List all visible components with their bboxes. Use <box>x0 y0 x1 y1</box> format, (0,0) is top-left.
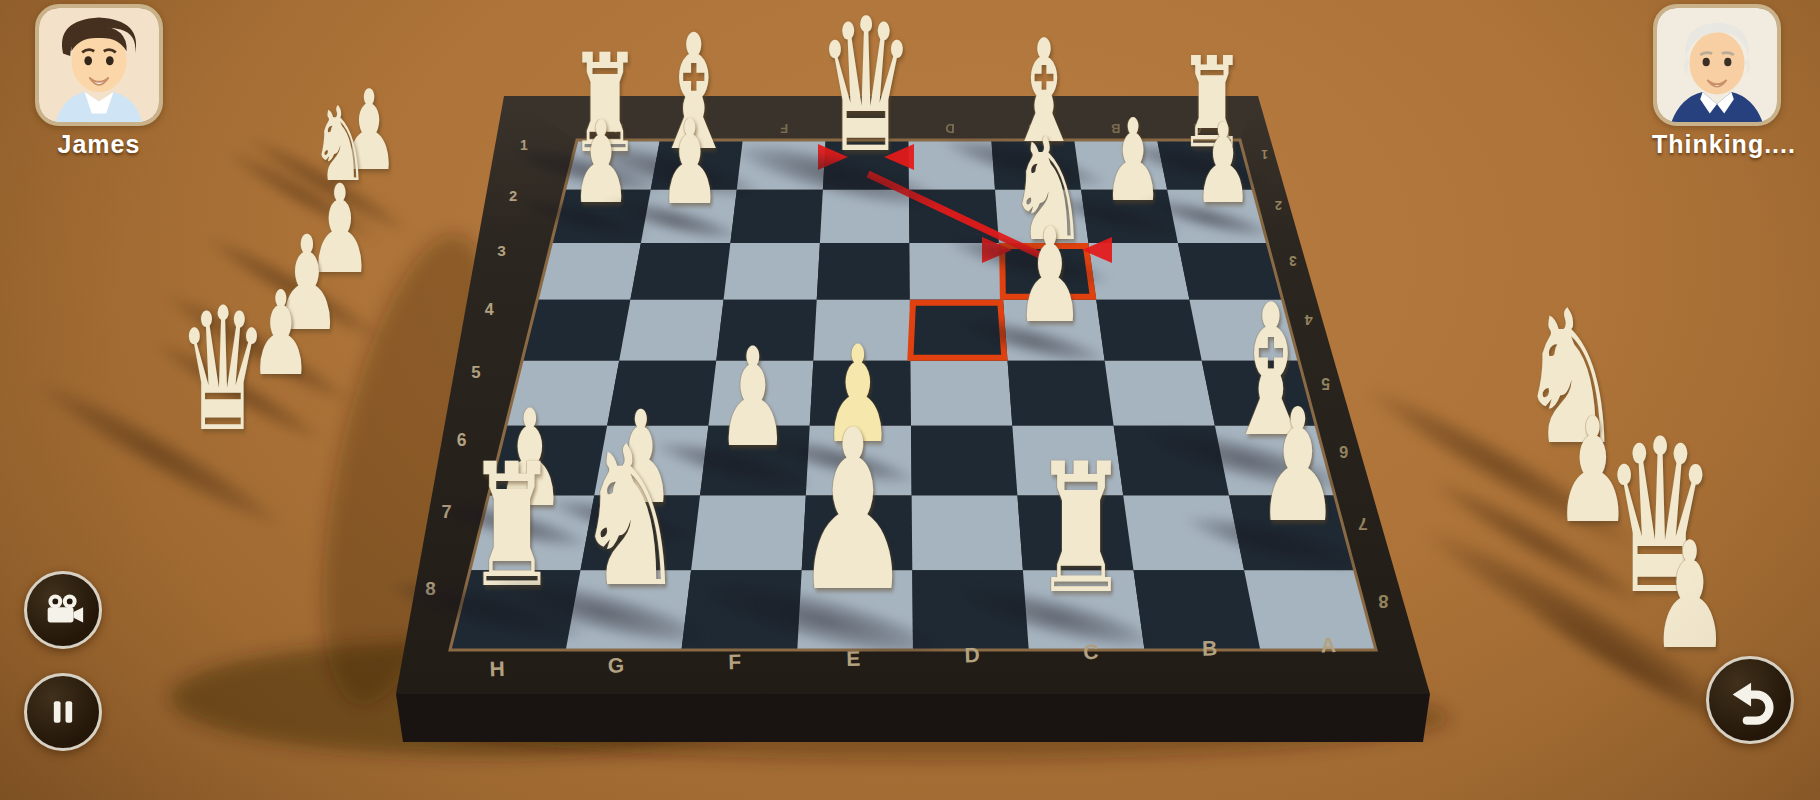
square-f2[interactable] <box>730 190 822 243</box>
file-label-far: F <box>780 121 788 136</box>
rank-label-left: 6 <box>457 430 467 450</box>
rank-label-left: 5 <box>471 363 480 382</box>
rank-label-left: 7 <box>442 502 452 522</box>
rank-label-right: 1 <box>1261 147 1268 161</box>
game-scene: HGFEDCBAHGFEDCBA1234567812345678 ♝♜♜♝♛♟♞… <box>0 0 1820 800</box>
rank-label-left: 4 <box>485 300 494 318</box>
square-g3[interactable] <box>630 243 730 300</box>
piece-P-g2[interactable]: ♟ <box>659 105 721 221</box>
player-name: James <box>34 130 164 159</box>
video-camera-icon <box>40 587 86 633</box>
square-b6[interactable] <box>1114 426 1229 496</box>
avatar <box>1653 4 1781 126</box>
square-a8[interactable] <box>1244 570 1376 650</box>
square-e2[interactable] <box>820 190 910 243</box>
rank-label-left: 1 <box>520 137 528 153</box>
player-right: Thinking.... <box>1652 4 1782 159</box>
square-d8[interactable] <box>912 570 1028 650</box>
piece-P-a7[interactable]: ♟ <box>1257 388 1340 544</box>
piece-N-g8[interactable]: ♞ <box>575 421 685 614</box>
square-f3[interactable] <box>724 243 820 300</box>
piece-P-a2[interactable]: ♟ <box>1194 108 1253 219</box>
camera-button[interactable] <box>24 571 102 649</box>
square-e3[interactable] <box>817 243 910 300</box>
avatar <box>35 4 163 126</box>
piece-Q-e1[interactable]: ♛ <box>817 0 915 178</box>
square-b4[interactable] <box>1096 300 1201 361</box>
back-button[interactable] <box>1706 656 1794 744</box>
square-f7[interactable] <box>691 496 806 571</box>
rank-label-right: 8 <box>1378 591 1388 612</box>
file-label-near: B <box>1202 636 1218 659</box>
square-f8[interactable] <box>682 570 802 650</box>
square-d6[interactable] <box>911 426 1017 496</box>
player-left: James <box>34 4 164 159</box>
undo-arrow-icon <box>1724 674 1776 726</box>
file-label-near: C <box>1083 640 1099 663</box>
square-d4[interactable] <box>910 300 1008 361</box>
square-b5[interactable] <box>1105 361 1215 426</box>
square-d1[interactable] <box>909 140 996 190</box>
pause-icon <box>43 692 83 732</box>
screen: { "game": "chess", "app_style": "3d-ches… <box>0 0 1820 800</box>
file-label-near: H <box>489 657 505 680</box>
file-label-near: E <box>846 647 861 670</box>
rank-label-right: 6 <box>1339 443 1348 461</box>
piece-P-c4[interactable]: ♟ <box>1015 211 1084 342</box>
file-label-far: D <box>945 121 954 136</box>
square-b8[interactable] <box>1134 570 1261 650</box>
piece-R-c8[interactable]: ♜ <box>1034 440 1129 619</box>
square-h3[interactable] <box>537 243 641 300</box>
square-h4[interactable] <box>522 300 630 361</box>
captured-piece-Q[interactable]: ♛ <box>178 286 268 456</box>
captured-piece-P[interactable]: ♟ <box>1651 522 1729 670</box>
rank-label-left: 2 <box>509 188 517 204</box>
square-g4[interactable] <box>619 300 723 361</box>
piece-P-e8[interactable]: ♟ <box>794 400 911 622</box>
square-d7[interactable] <box>912 496 1023 571</box>
piece-R-h8[interactable]: ♜ <box>467 442 557 612</box>
square-b7[interactable] <box>1123 496 1244 571</box>
piece-P-f6[interactable]: ♟ <box>717 330 789 466</box>
square-d5[interactable] <box>910 361 1012 426</box>
file-label-near: F <box>728 650 742 673</box>
piece-P-b2[interactable]: ♟ <box>1103 104 1163 218</box>
rank-label-right: 7 <box>1358 514 1368 534</box>
square-f1[interactable] <box>737 140 826 190</box>
rank-label-right: 2 <box>1275 198 1282 213</box>
rank-label-left: 8 <box>425 578 436 599</box>
rank-label-left: 3 <box>497 242 506 259</box>
piece-P-h2[interactable]: ♟ <box>571 106 631 220</box>
file-label-near: A <box>1321 633 1337 656</box>
square-c5[interactable] <box>1008 361 1114 426</box>
player-status: Thinking.... <box>1652 130 1782 159</box>
file-label-near: G <box>607 653 624 676</box>
pause-button[interactable] <box>24 673 102 751</box>
file-label-near: D <box>964 643 980 666</box>
